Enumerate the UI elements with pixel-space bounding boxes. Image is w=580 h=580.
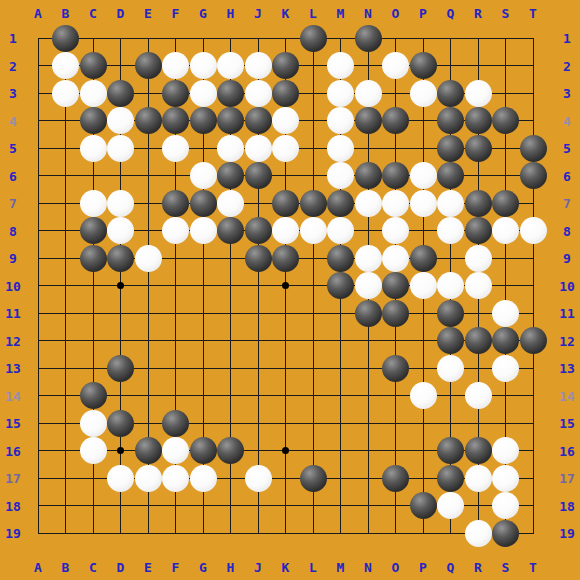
stone-white-G8: [190, 217, 217, 244]
stone-black-P9: [410, 245, 437, 272]
row-label-right-18: 18: [559, 499, 575, 512]
col-label-top-B: B: [62, 7, 70, 20]
stone-black-K2: [272, 52, 299, 79]
stone-white-K8: [272, 217, 299, 244]
stone-white-J5: [245, 135, 272, 162]
row-label-left-3: 3: [9, 87, 17, 100]
stone-black-S7: [492, 190, 519, 217]
grid-horizontal-line: [38, 533, 534, 534]
grid-vertical-line: [313, 38, 314, 534]
col-label-bottom-T: T: [529, 561, 537, 574]
stone-white-B3: [52, 80, 79, 107]
stone-black-S19: [492, 520, 519, 547]
stone-black-O13: [382, 355, 409, 382]
stone-white-R10: [465, 272, 492, 299]
col-label-top-A: A: [34, 7, 42, 20]
row-label-left-8: 8: [9, 224, 17, 237]
stone-black-D15: [107, 410, 134, 437]
stone-black-M10: [327, 272, 354, 299]
row-label-right-5: 5: [563, 142, 571, 155]
row-label-right-12: 12: [559, 334, 575, 347]
stone-white-P14: [410, 382, 437, 409]
stone-black-Q6: [437, 162, 464, 189]
col-label-bottom-M: M: [337, 561, 345, 574]
stone-white-J3: [245, 80, 272, 107]
stone-white-P3: [410, 80, 437, 107]
stone-black-L1: [300, 25, 327, 52]
stone-white-F16: [162, 437, 189, 464]
col-label-bottom-N: N: [364, 561, 372, 574]
stone-black-P18: [410, 492, 437, 519]
col-label-top-Q: Q: [447, 7, 455, 20]
col-label-bottom-F: F: [172, 561, 180, 574]
stone-black-D13: [107, 355, 134, 382]
stone-black-R8: [465, 217, 492, 244]
col-label-top-F: F: [172, 7, 180, 20]
stone-black-M9: [327, 245, 354, 272]
stone-black-E4: [135, 107, 162, 134]
stone-white-O7: [382, 190, 409, 217]
stone-white-P10: [410, 272, 437, 299]
stone-black-F7: [162, 190, 189, 217]
row-label-left-18: 18: [5, 499, 21, 512]
stone-white-P6: [410, 162, 437, 189]
stone-white-O9: [382, 245, 409, 272]
stone-black-E2: [135, 52, 162, 79]
stone-black-N4: [355, 107, 382, 134]
col-label-bottom-Q: Q: [447, 561, 455, 574]
row-label-right-6: 6: [563, 169, 571, 182]
col-label-top-S: S: [502, 7, 510, 20]
col-label-bottom-K: K: [282, 561, 290, 574]
stone-white-R3: [465, 80, 492, 107]
stone-white-C16: [80, 437, 107, 464]
grid-vertical-line: [533, 38, 534, 534]
col-label-bottom-D: D: [117, 561, 125, 574]
col-label-top-C: C: [89, 7, 97, 20]
row-label-left-13: 13: [5, 362, 21, 375]
stone-black-F15: [162, 410, 189, 437]
stone-white-D8: [107, 217, 134, 244]
stone-black-P2: [410, 52, 437, 79]
col-label-bottom-L: L: [309, 561, 317, 574]
stone-black-R16: [465, 437, 492, 464]
stone-white-N9: [355, 245, 382, 272]
stone-white-K5: [272, 135, 299, 162]
stone-white-L8: [300, 217, 327, 244]
stone-white-R9: [465, 245, 492, 272]
star-point-D16: [117, 447, 124, 454]
stone-black-F4: [162, 107, 189, 134]
stone-white-S13: [492, 355, 519, 382]
row-label-right-1: 1: [563, 32, 571, 45]
stone-white-C15: [80, 410, 107, 437]
stone-white-O8: [382, 217, 409, 244]
stone-black-B1: [52, 25, 79, 52]
stone-white-S16: [492, 437, 519, 464]
stone-white-D5: [107, 135, 134, 162]
stone-black-T5: [520, 135, 547, 162]
stone-white-E9: [135, 245, 162, 272]
stone-black-N11: [355, 300, 382, 327]
row-label-right-8: 8: [563, 224, 571, 237]
row-label-right-9: 9: [563, 252, 571, 265]
star-point-K10: [282, 282, 289, 289]
stone-black-M7: [327, 190, 354, 217]
stone-white-F5: [162, 135, 189, 162]
row-label-left-6: 6: [9, 169, 17, 182]
stone-black-Q3: [437, 80, 464, 107]
row-label-left-15: 15: [5, 417, 21, 430]
col-label-top-R: R: [474, 7, 482, 20]
stone-black-J6: [245, 162, 272, 189]
stone-white-C7: [80, 190, 107, 217]
stone-white-H7: [217, 190, 244, 217]
col-label-top-O: O: [392, 7, 400, 20]
stone-black-H3: [217, 80, 244, 107]
stone-white-M4: [327, 107, 354, 134]
stone-white-O2: [382, 52, 409, 79]
col-label-bottom-S: S: [502, 561, 510, 574]
stone-white-H5: [217, 135, 244, 162]
stone-black-J8: [245, 217, 272, 244]
row-label-left-9: 9: [9, 252, 17, 265]
col-label-bottom-C: C: [89, 561, 97, 574]
stone-black-H16: [217, 437, 244, 464]
stone-black-S4: [492, 107, 519, 134]
stone-white-Q18: [437, 492, 464, 519]
row-label-left-11: 11: [5, 307, 21, 320]
stone-black-G16: [190, 437, 217, 464]
stone-white-M5: [327, 135, 354, 162]
col-label-bottom-H: H: [227, 561, 235, 574]
col-label-bottom-P: P: [419, 561, 427, 574]
stone-black-D9: [107, 245, 134, 272]
stone-white-D17: [107, 465, 134, 492]
col-label-top-K: K: [282, 7, 290, 20]
row-label-left-14: 14: [5, 389, 21, 402]
stone-white-F17: [162, 465, 189, 492]
stone-white-T8: [520, 217, 547, 244]
stone-white-G6: [190, 162, 217, 189]
row-label-right-13: 13: [559, 362, 575, 375]
row-label-right-11: 11: [559, 307, 575, 320]
stone-white-S17: [492, 465, 519, 492]
stone-black-T6: [520, 162, 547, 189]
col-label-top-G: G: [199, 7, 207, 20]
goban[interactable]: AABBCCDDEEFFGGHHJJKKLLMMNNOOPPQQRRSSTT11…: [0, 0, 580, 580]
stone-white-F8: [162, 217, 189, 244]
stone-black-K3: [272, 80, 299, 107]
stone-black-S12: [492, 327, 519, 354]
stone-black-R4: [465, 107, 492, 134]
stone-white-N3: [355, 80, 382, 107]
row-label-left-16: 16: [5, 444, 21, 457]
stone-white-J17: [245, 465, 272, 492]
stone-white-R14: [465, 382, 492, 409]
stone-black-K9: [272, 245, 299, 272]
stone-white-C3: [80, 80, 107, 107]
stone-black-H8: [217, 217, 244, 244]
col-label-bottom-G: G: [199, 561, 207, 574]
col-label-top-L: L: [309, 7, 317, 20]
col-label-top-J: J: [254, 7, 262, 20]
row-label-right-16: 16: [559, 444, 575, 457]
stone-white-D7: [107, 190, 134, 217]
col-label-bottom-E: E: [144, 561, 152, 574]
stone-black-Q12: [437, 327, 464, 354]
stone-white-N10: [355, 272, 382, 299]
stone-white-S8: [492, 217, 519, 244]
row-label-left-7: 7: [9, 197, 17, 210]
stone-white-C5: [80, 135, 107, 162]
col-label-top-E: E: [144, 7, 152, 20]
stone-black-Q5: [437, 135, 464, 162]
stone-black-O6: [382, 162, 409, 189]
stone-black-R5: [465, 135, 492, 162]
stone-black-K7: [272, 190, 299, 217]
stone-white-F2: [162, 52, 189, 79]
stone-white-E17: [135, 465, 162, 492]
col-label-bottom-A: A: [34, 561, 42, 574]
col-label-bottom-R: R: [474, 561, 482, 574]
stone-black-R7: [465, 190, 492, 217]
stone-white-G2: [190, 52, 217, 79]
stone-black-C8: [80, 217, 107, 244]
row-label-left-2: 2: [9, 59, 17, 72]
row-label-right-10: 10: [559, 279, 575, 292]
row-label-right-15: 15: [559, 417, 575, 430]
stone-white-Q10: [437, 272, 464, 299]
row-label-left-5: 5: [9, 142, 17, 155]
stone-black-Q4: [437, 107, 464, 134]
col-label-top-T: T: [529, 7, 537, 20]
stone-black-N6: [355, 162, 382, 189]
row-label-left-1: 1: [9, 32, 17, 45]
stone-black-O4: [382, 107, 409, 134]
stone-white-J2: [245, 52, 272, 79]
row-label-right-2: 2: [563, 59, 571, 72]
col-label-bottom-O: O: [392, 561, 400, 574]
stone-white-B2: [52, 52, 79, 79]
stone-white-N7: [355, 190, 382, 217]
col-label-top-P: P: [419, 7, 427, 20]
stone-black-T12: [520, 327, 547, 354]
col-label-top-N: N: [364, 7, 372, 20]
stone-white-M8: [327, 217, 354, 244]
stone-white-Q8: [437, 217, 464, 244]
stone-black-J9: [245, 245, 272, 272]
stone-black-G7: [190, 190, 217, 217]
row-label-right-3: 3: [563, 87, 571, 100]
stone-black-Q16: [437, 437, 464, 464]
row-label-left-17: 17: [5, 472, 21, 485]
col-label-bottom-B: B: [62, 561, 70, 574]
stone-white-Q7: [437, 190, 464, 217]
stone-white-R17: [465, 465, 492, 492]
stone-white-H2: [217, 52, 244, 79]
col-label-top-M: M: [337, 7, 345, 20]
stone-white-M6: [327, 162, 354, 189]
stone-white-G3: [190, 80, 217, 107]
stone-white-M2: [327, 52, 354, 79]
row-label-left-10: 10: [5, 279, 21, 292]
stone-white-P7: [410, 190, 437, 217]
row-label-right-14: 14: [559, 389, 575, 402]
stone-white-S18: [492, 492, 519, 519]
stone-black-R12: [465, 327, 492, 354]
stone-black-G4: [190, 107, 217, 134]
stone-black-L17: [300, 465, 327, 492]
stone-black-L7: [300, 190, 327, 217]
stone-black-Q17: [437, 465, 464, 492]
stone-black-O10: [382, 272, 409, 299]
stone-black-H6: [217, 162, 244, 189]
row-label-right-17: 17: [559, 472, 575, 485]
stone-black-C4: [80, 107, 107, 134]
stone-black-O17: [382, 465, 409, 492]
stone-black-C9: [80, 245, 107, 272]
stone-white-K4: [272, 107, 299, 134]
stone-white-Q13: [437, 355, 464, 382]
stone-black-C2: [80, 52, 107, 79]
stone-black-O11: [382, 300, 409, 327]
col-label-bottom-J: J: [254, 561, 262, 574]
stone-black-F3: [162, 80, 189, 107]
row-label-right-19: 19: [559, 527, 575, 540]
col-label-top-D: D: [117, 7, 125, 20]
row-label-left-19: 19: [5, 527, 21, 540]
stone-black-D3: [107, 80, 134, 107]
row-label-right-7: 7: [563, 197, 571, 210]
col-label-top-H: H: [227, 7, 235, 20]
stone-white-D4: [107, 107, 134, 134]
stone-black-J4: [245, 107, 272, 134]
grid-horizontal-line: [38, 395, 534, 396]
star-point-D10: [117, 282, 124, 289]
row-label-right-4: 4: [563, 114, 571, 127]
stone-white-R19: [465, 520, 492, 547]
stone-black-Q11: [437, 300, 464, 327]
star-point-K16: [282, 447, 289, 454]
row-label-left-12: 12: [5, 334, 21, 347]
stone-black-C14: [80, 382, 107, 409]
stone-white-S11: [492, 300, 519, 327]
stone-black-N1: [355, 25, 382, 52]
stone-black-H4: [217, 107, 244, 134]
stone-black-E16: [135, 437, 162, 464]
stone-white-M3: [327, 80, 354, 107]
row-label-left-4: 4: [9, 114, 17, 127]
stone-white-G17: [190, 465, 217, 492]
